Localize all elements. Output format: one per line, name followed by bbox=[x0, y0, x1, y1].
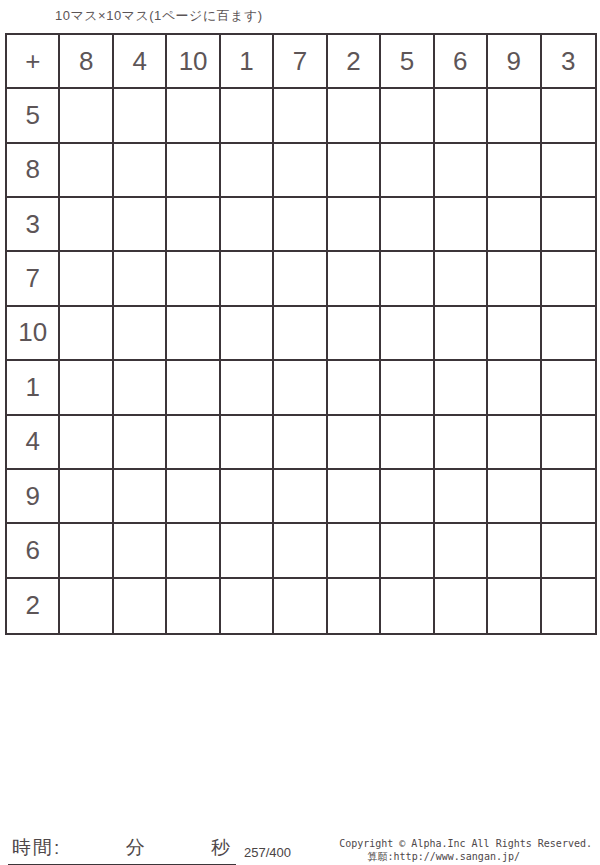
answer-cell[interactable] bbox=[274, 144, 327, 198]
row-header-cell: 3 bbox=[7, 198, 60, 252]
answer-cell[interactable] bbox=[114, 524, 167, 578]
answer-cell[interactable] bbox=[435, 89, 488, 143]
answer-cell[interactable] bbox=[381, 361, 434, 415]
answer-cell[interactable] bbox=[221, 89, 274, 143]
answer-cell[interactable] bbox=[381, 198, 434, 252]
row-header-cell: 1 bbox=[7, 361, 60, 415]
answer-cell[interactable] bbox=[60, 470, 113, 524]
answer-cell[interactable] bbox=[221, 579, 274, 633]
answer-cell[interactable] bbox=[114, 579, 167, 633]
answer-cell[interactable] bbox=[167, 361, 220, 415]
row-header-cell: 6 bbox=[7, 524, 60, 578]
answer-cell[interactable] bbox=[328, 361, 381, 415]
answer-cell[interactable] bbox=[274, 307, 327, 361]
page-number: 257/400 bbox=[244, 845, 291, 860]
answer-cell[interactable] bbox=[274, 579, 327, 633]
col-header-cell: 2 bbox=[328, 35, 381, 89]
answer-cell[interactable] bbox=[488, 361, 541, 415]
row-header-cell: 4 bbox=[7, 416, 60, 470]
answer-cell[interactable] bbox=[435, 361, 488, 415]
answer-cell[interactable] bbox=[328, 579, 381, 633]
answer-cell[interactable] bbox=[60, 579, 113, 633]
answer-cell[interactable] bbox=[542, 252, 595, 306]
answer-cell[interactable] bbox=[488, 252, 541, 306]
answer-cell[interactable] bbox=[60, 144, 113, 198]
answer-cell[interactable] bbox=[114, 198, 167, 252]
answer-cell[interactable] bbox=[381, 89, 434, 143]
answer-cell[interactable] bbox=[542, 89, 595, 143]
col-header-cell: 5 bbox=[381, 35, 434, 89]
answer-cell[interactable] bbox=[542, 144, 595, 198]
time-entry-line: 時間: 分 秒 bbox=[8, 835, 236, 865]
answer-cell[interactable] bbox=[542, 416, 595, 470]
answer-cell[interactable] bbox=[274, 416, 327, 470]
row-header-cell: 10 bbox=[7, 307, 60, 361]
answer-cell[interactable] bbox=[542, 307, 595, 361]
answer-cell[interactable] bbox=[221, 252, 274, 306]
answer-cell[interactable] bbox=[381, 144, 434, 198]
answer-cell[interactable] bbox=[167, 579, 220, 633]
col-header-cell: 10 bbox=[167, 35, 220, 89]
answer-cell[interactable] bbox=[221, 144, 274, 198]
answer-cell[interactable] bbox=[114, 252, 167, 306]
answer-cell[interactable] bbox=[488, 579, 541, 633]
answer-cell[interactable] bbox=[542, 198, 595, 252]
answer-cell[interactable] bbox=[60, 89, 113, 143]
answer-cell[interactable] bbox=[274, 252, 327, 306]
answer-cell[interactable] bbox=[221, 361, 274, 415]
copyright-block: Copyright © Alpha.Inc All Rights Reserve… bbox=[339, 837, 592, 863]
answer-cell[interactable] bbox=[328, 89, 381, 143]
answer-cell[interactable] bbox=[328, 144, 381, 198]
answer-cell[interactable] bbox=[60, 307, 113, 361]
copyright-text: Copyright © Alpha.Inc All Rights Reserve… bbox=[339, 837, 592, 850]
answer-cell[interactable] bbox=[328, 470, 381, 524]
answer-cell[interactable] bbox=[274, 198, 327, 252]
answer-cell[interactable] bbox=[435, 307, 488, 361]
row-header-cell: 8 bbox=[7, 144, 60, 198]
answer-cell[interactable] bbox=[274, 470, 327, 524]
answer-cell[interactable] bbox=[381, 579, 434, 633]
answer-cell[interactable] bbox=[542, 524, 595, 578]
row-header-cell: 5 bbox=[7, 89, 60, 143]
answer-cell[interactable] bbox=[488, 198, 541, 252]
answer-cell[interactable] bbox=[114, 89, 167, 143]
answer-cell[interactable] bbox=[542, 361, 595, 415]
answer-cell[interactable] bbox=[435, 470, 488, 524]
page-title: 10マス×10マス(1ページに百ます) bbox=[55, 7, 263, 25]
answer-cell[interactable] bbox=[381, 470, 434, 524]
col-header-cell: 6 bbox=[435, 35, 488, 89]
answer-cell[interactable] bbox=[221, 470, 274, 524]
answer-cell[interactable] bbox=[488, 416, 541, 470]
answer-cell[interactable] bbox=[221, 524, 274, 578]
time-label: 時間: bbox=[12, 835, 61, 861]
answer-cell[interactable] bbox=[167, 524, 220, 578]
addition-grid: +8410172569358371014962 bbox=[5, 33, 597, 635]
answer-cell[interactable] bbox=[167, 198, 220, 252]
answer-cell[interactable] bbox=[60, 416, 113, 470]
col-header-cell: 3 bbox=[542, 35, 595, 89]
answer-cell[interactable] bbox=[542, 579, 595, 633]
seconds-label: 秒 bbox=[211, 835, 232, 861]
row-header-cell: 9 bbox=[7, 470, 60, 524]
answer-cell[interactable] bbox=[114, 144, 167, 198]
answer-cell[interactable] bbox=[167, 89, 220, 143]
answer-cell[interactable] bbox=[328, 252, 381, 306]
answer-cell[interactable] bbox=[542, 470, 595, 524]
answer-cell[interactable] bbox=[167, 470, 220, 524]
row-header-cell: 7 bbox=[7, 252, 60, 306]
answer-cell[interactable] bbox=[60, 252, 113, 306]
answer-cell[interactable] bbox=[60, 524, 113, 578]
answer-cell[interactable] bbox=[114, 307, 167, 361]
minutes-label: 分 bbox=[126, 835, 147, 861]
answer-cell[interactable] bbox=[167, 307, 220, 361]
answer-cell[interactable] bbox=[328, 416, 381, 470]
answer-cell[interactable] bbox=[60, 361, 113, 415]
answer-cell[interactable] bbox=[167, 252, 220, 306]
row-header-cell: 2 bbox=[7, 579, 60, 633]
answer-cell[interactable] bbox=[114, 361, 167, 415]
answer-cell[interactable] bbox=[60, 198, 113, 252]
col-header-cell: 4 bbox=[114, 35, 167, 89]
answer-cell[interactable] bbox=[381, 307, 434, 361]
answer-cell[interactable] bbox=[328, 524, 381, 578]
answer-cell[interactable] bbox=[274, 524, 327, 578]
operator-cell: + bbox=[7, 35, 60, 89]
col-header-cell: 9 bbox=[488, 35, 541, 89]
answer-cell[interactable] bbox=[435, 416, 488, 470]
answer-cell[interactable] bbox=[221, 416, 274, 470]
col-header-cell: 1 bbox=[221, 35, 274, 89]
answer-cell[interactable] bbox=[435, 579, 488, 633]
answer-cell[interactable] bbox=[274, 89, 327, 143]
answer-cell[interactable] bbox=[167, 416, 220, 470]
answer-cell[interactable] bbox=[488, 144, 541, 198]
answer-cell[interactable] bbox=[435, 144, 488, 198]
answer-cell[interactable] bbox=[114, 470, 167, 524]
answer-cell[interactable] bbox=[167, 144, 220, 198]
answer-cell[interactable] bbox=[435, 524, 488, 578]
answer-cell[interactable] bbox=[221, 198, 274, 252]
col-header-cell: 8 bbox=[60, 35, 113, 89]
answer-cell[interactable] bbox=[328, 198, 381, 252]
answer-cell[interactable] bbox=[435, 252, 488, 306]
answer-cell[interactable] bbox=[381, 416, 434, 470]
answer-cell[interactable] bbox=[488, 89, 541, 143]
answer-cell[interactable] bbox=[274, 361, 327, 415]
answer-cell[interactable] bbox=[488, 470, 541, 524]
answer-cell[interactable] bbox=[381, 524, 434, 578]
col-header-cell: 7 bbox=[274, 35, 327, 89]
answer-cell[interactable] bbox=[488, 307, 541, 361]
answer-cell[interactable] bbox=[381, 252, 434, 306]
answer-cell[interactable] bbox=[114, 416, 167, 470]
answer-cell[interactable] bbox=[435, 198, 488, 252]
answer-cell[interactable] bbox=[488, 524, 541, 578]
site-url: 算願:http://www.sangan.jp/ bbox=[339, 850, 520, 863]
answer-cell[interactable] bbox=[221, 307, 274, 361]
answer-cell[interactable] bbox=[328, 307, 381, 361]
